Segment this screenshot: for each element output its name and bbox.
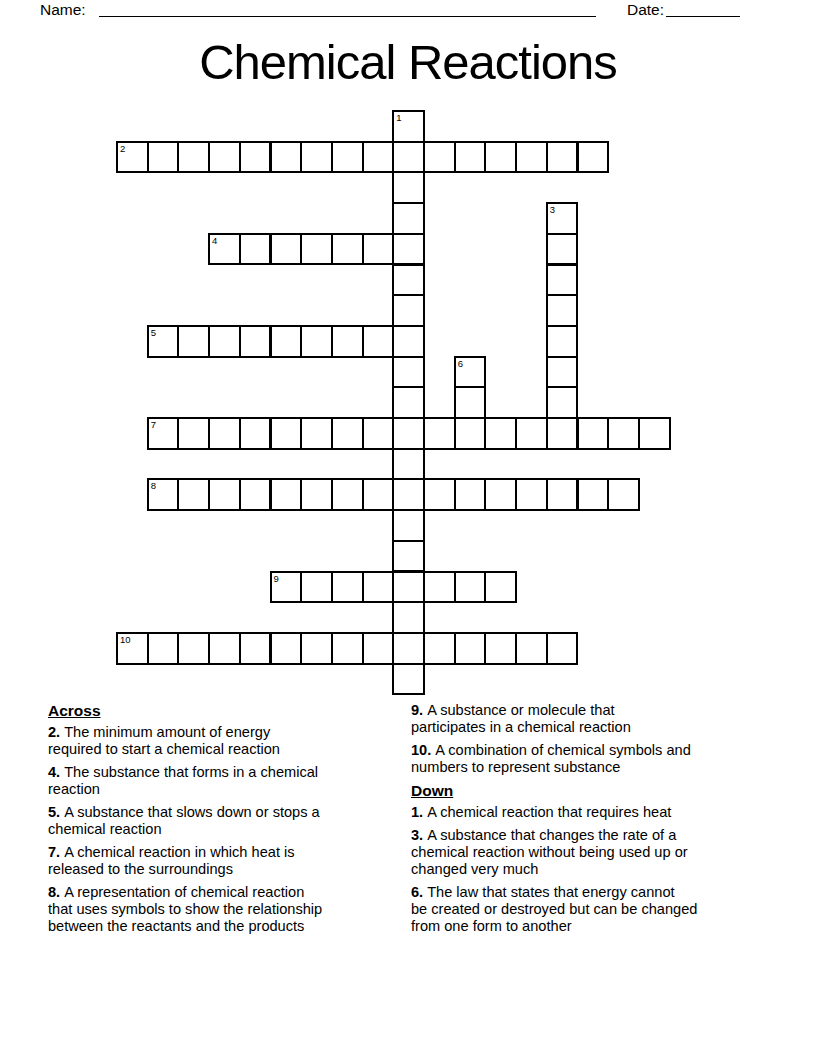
grid-cell-r4c8[interactable]	[362, 233, 395, 266]
grid-cell-r17c8[interactable]	[362, 632, 395, 665]
grid-cell-r10c1[interactable]: 7	[147, 417, 180, 450]
grid-cell-r9c11[interactable]	[454, 386, 487, 419]
grid-cell-r7c2[interactable]	[177, 325, 210, 358]
grid-cell-r0c9[interactable]: 1	[392, 110, 425, 143]
grid-cell-r17c7[interactable]	[331, 632, 364, 665]
grid-cell-r1c12[interactable]	[484, 141, 517, 174]
grid-cell-r14c9[interactable]	[392, 540, 425, 573]
grid-cell-r9c9[interactable]	[392, 386, 425, 419]
clue-number-label: 1.	[411, 804, 423, 820]
grid-cell-r10c2[interactable]	[177, 417, 210, 450]
grid-cell-r10c6[interactable]	[300, 417, 333, 450]
clue-text: A substance or molecule that participate…	[411, 702, 631, 735]
grid-cell-r10c5[interactable]	[270, 417, 303, 450]
grid-cell-r2c9[interactable]	[392, 171, 425, 204]
grid-cell-r15c8[interactable]	[362, 571, 395, 604]
grid-cell-r12c9[interactable]	[392, 478, 425, 511]
clue-across-4: 4.The substance that forms in a chemical…	[48, 764, 400, 798]
grid-number-7: 7	[151, 419, 156, 430]
grid-cell-r4c3[interactable]: 4	[208, 233, 241, 266]
clue-text: A substance that changes the rate of a c…	[411, 827, 688, 877]
clue-number-label: 6.	[411, 884, 423, 900]
grid-cell-r10c11[interactable]	[454, 417, 487, 450]
grid-cell-r17c10[interactable]	[423, 632, 456, 665]
grid-cell-r17c5[interactable]	[270, 632, 303, 665]
grid-cell-r8c9[interactable]	[392, 356, 425, 389]
grid-cell-r8c14[interactable]	[546, 356, 579, 389]
grid-cell-r12c12[interactable]	[484, 478, 517, 511]
grid-cell-r10c13[interactable]	[515, 417, 548, 450]
grid-number-10: 10	[120, 634, 131, 645]
clue-text: The minimum amount of energy required to…	[48, 724, 280, 757]
clue-down-1: 1.A chemical reaction that requires heat	[411, 804, 789, 821]
grid-cell-r4c9[interactable]	[392, 233, 425, 266]
grid-cell-r3c14[interactable]: 3	[546, 202, 579, 235]
grid-cell-r1c5[interactable]	[270, 141, 303, 174]
grid-cell-r1c2[interactable]	[177, 141, 210, 174]
grid-cell-r15c10[interactable]	[423, 571, 456, 604]
grid-cell-r17c6[interactable]	[300, 632, 333, 665]
clue-text: A representation of chemical reaction th…	[48, 884, 322, 934]
down-clues: 1.A chemical reaction that requires heat…	[411, 804, 789, 935]
clue-across-9: 9.A substance or molecule that participa…	[411, 702, 789, 736]
grid-cell-r12c10[interactable]	[423, 478, 456, 511]
grid-cell-r10c4[interactable]	[239, 417, 272, 450]
grid-cell-r10c8[interactable]	[362, 417, 395, 450]
grid-cell-r10c3[interactable]	[208, 417, 241, 450]
grid-cell-r10c14[interactable]	[546, 417, 579, 450]
grid-number-1: 1	[396, 112, 401, 123]
grid-cell-r1c13[interactable]	[515, 141, 548, 174]
clue-number-label: 2.	[48, 724, 60, 740]
grid-cell-r12c13[interactable]	[515, 478, 548, 511]
grid-cell-r1c3[interactable]	[208, 141, 241, 174]
grid-cell-r12c1[interactable]: 8	[147, 478, 180, 511]
grid-cell-r12c15[interactable]	[577, 478, 610, 511]
grid-cell-r7c3[interactable]	[208, 325, 241, 358]
date-line	[666, 0, 740, 17]
grid-cell-r12c6[interactable]	[300, 478, 333, 511]
clue-down-3: 3.A substance that changes the rate of a…	[411, 827, 789, 878]
page-title: Chemical Reactions	[0, 34, 816, 90]
clue-across-7: 7.A chemical reaction in which heat is r…	[48, 844, 400, 878]
grid-cell-r7c5[interactable]	[270, 325, 303, 358]
grid-cell-r17c0[interactable]: 10	[116, 632, 149, 665]
grid-number-8: 8	[151, 480, 156, 491]
grid-cell-r12c5[interactable]	[270, 478, 303, 511]
grid-cell-r12c2[interactable]	[177, 478, 210, 511]
grid-cell-r17c2[interactable]	[177, 632, 210, 665]
clue-text: A combination of chemical symbols and nu…	[411, 742, 691, 775]
clue-across-8: 8.A representation of chemical reaction …	[48, 884, 400, 935]
down-header: Down	[411, 782, 789, 799]
clue-across-5: 5.A substance that slows down or stops a…	[48, 804, 400, 838]
grid-cell-r15c9[interactable]	[392, 571, 425, 604]
grid-cell-r15c7[interactable]	[331, 571, 364, 604]
clue-across-2: 2.The minimum amount of energy required …	[48, 724, 400, 758]
grid-cell-r1c14[interactable]	[546, 141, 579, 174]
grid-cell-r1c6[interactable]	[300, 141, 333, 174]
grid-number-4: 4	[212, 235, 217, 246]
grid-cell-r7c14[interactable]	[546, 325, 579, 358]
grid-cell-r15c5[interactable]: 9	[270, 571, 303, 604]
grid-cell-r16c9[interactable]	[392, 601, 425, 634]
grid-cell-r1c4[interactable]	[239, 141, 272, 174]
clue-text: The law that states that energy cannot b…	[411, 884, 697, 934]
grid-cell-r17c14[interactable]	[546, 632, 579, 665]
clue-number-label: 10.	[411, 742, 431, 758]
grid-cell-r4c5[interactable]	[270, 233, 303, 266]
grid-cell-r10c15[interactable]	[577, 417, 610, 450]
grid-cell-r17c1[interactable]	[147, 632, 180, 665]
grid-cell-r15c6[interactable]	[300, 571, 333, 604]
grid-number-2: 2	[120, 143, 125, 154]
grid-cell-r17c3[interactable]	[208, 632, 241, 665]
grid-cell-r4c6[interactable]	[300, 233, 333, 266]
across-clues-left: 2.The minimum amount of energy required …	[48, 724, 400, 935]
clue-number-label: 4.	[48, 764, 60, 780]
grid-cell-r6c14[interactable]	[546, 294, 579, 327]
clues-right-column: 9.A substance or molecule that participa…	[411, 702, 789, 941]
grid-cell-r17c4[interactable]	[239, 632, 272, 665]
grid-cell-r17c13[interactable]	[515, 632, 548, 665]
across-header: Across	[48, 702, 400, 719]
clues-left-column: Across 2.The minimum amount of energy re…	[48, 702, 400, 941]
grid-cell-r4c14[interactable]	[546, 233, 579, 266]
grid-cell-r9c14[interactable]	[546, 386, 579, 419]
grid-cell-r12c3[interactable]	[208, 478, 241, 511]
grid-cell-r10c7[interactable]	[331, 417, 364, 450]
clue-down-6: 6.The law that states that energy cannot…	[411, 884, 789, 935]
grid-cell-r1c7[interactable]	[331, 141, 364, 174]
grid-number-3: 3	[550, 204, 555, 215]
grid-cell-r7c4[interactable]	[239, 325, 272, 358]
grid-cell-r12c4[interactable]	[239, 478, 272, 511]
worksheet-page: Name: Date: Chemical Reactions 123456789…	[0, 0, 816, 1056]
clue-number-label: 8.	[48, 884, 60, 900]
grid-cell-r1c9[interactable]	[392, 141, 425, 174]
grid-cell-r1c8[interactable]	[362, 141, 395, 174]
clue-number-label: 3.	[411, 827, 423, 843]
grid-cell-r10c12[interactable]	[484, 417, 517, 450]
grid-number-6: 6	[458, 358, 463, 369]
grid-cell-r7c8[interactable]	[362, 325, 395, 358]
grid-cell-r1c1[interactable]	[147, 141, 180, 174]
grid-cell-r4c4[interactable]	[239, 233, 272, 266]
clue-number-label: 9.	[411, 702, 423, 718]
name-label: Name:	[40, 1, 86, 19]
grid-cell-r10c16[interactable]	[607, 417, 640, 450]
clue-text: A chemical reaction that requires heat	[427, 804, 671, 820]
grid-cell-r5c9[interactable]	[392, 264, 425, 297]
grid-cell-r10c10[interactable]	[423, 417, 456, 450]
grid-cell-r5c14[interactable]	[546, 264, 579, 297]
grid-cell-r13c9[interactable]	[392, 509, 425, 542]
clue-number-label: 5.	[48, 804, 60, 820]
grid-cell-r7c6[interactable]	[300, 325, 333, 358]
grid-cell-r12c7[interactable]	[331, 478, 364, 511]
grid-cell-r17c11[interactable]	[454, 632, 487, 665]
name-line	[99, 0, 596, 17]
grid-cell-r17c12[interactable]	[484, 632, 517, 665]
grid-cell-r12c11[interactable]	[454, 478, 487, 511]
grid-cell-r7c1[interactable]: 5	[147, 325, 180, 358]
grid-cell-r15c12[interactable]	[484, 571, 517, 604]
grid-cell-r12c8[interactable]	[362, 478, 395, 511]
grid-cell-r1c10[interactable]	[423, 141, 456, 174]
grid-cell-r10c17[interactable]	[638, 417, 671, 450]
clue-text: A chemical reaction in which heat is rel…	[48, 844, 295, 877]
date-label: Date:	[627, 1, 664, 19]
grid-cell-r7c9[interactable]	[392, 325, 425, 358]
grid-cell-r1c0[interactable]: 2	[116, 141, 149, 174]
grid-cell-r17c9[interactable]	[392, 632, 425, 665]
grid-cell-r4c7[interactable]	[331, 233, 364, 266]
grid-cell-r10c9[interactable]	[392, 417, 425, 450]
grid-cell-r8c11[interactable]: 6	[454, 356, 487, 389]
grid-cell-r1c15[interactable]	[577, 141, 610, 174]
grid-cell-r15c11[interactable]	[454, 571, 487, 604]
grid-cell-r18c9[interactable]	[392, 663, 425, 696]
grid-number-5: 5	[151, 327, 156, 338]
grid-cell-r12c14[interactable]	[546, 478, 579, 511]
across-clues-right: 9.A substance or molecule that participa…	[411, 702, 789, 776]
grid-cell-r6c9[interactable]	[392, 294, 425, 327]
grid-number-9: 9	[274, 573, 279, 584]
grid-cell-r7c7[interactable]	[331, 325, 364, 358]
clue-across-10: 10.A combination of chemical symbols and…	[411, 742, 789, 776]
grid-cell-r11c9[interactable]	[392, 448, 425, 481]
clue-text: A substance that slows down or stops a c…	[48, 804, 320, 837]
grid-cell-r1c11[interactable]	[454, 141, 487, 174]
clue-number-label: 7.	[48, 844, 60, 860]
crossword-grid: 12345678910	[116, 110, 672, 696]
grid-cell-r3c9[interactable]	[392, 202, 425, 235]
clue-text: The substance that forms in a chemical r…	[48, 764, 318, 797]
grid-cell-r12c16[interactable]	[607, 478, 640, 511]
